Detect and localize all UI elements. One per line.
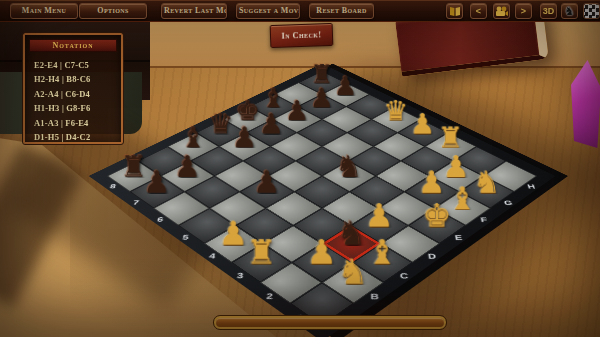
- options-button[interactable]: Options: [79, 3, 147, 19]
- prev-move-button[interactable]: <: [470, 3, 487, 19]
- piece-black-knight[interactable]: ♞: [319, 151, 379, 183]
- move-row: D1-H5 | D4-C2: [34, 130, 121, 144]
- notation-move-list: E2-E4 | C7-C5 H2-H4 | B8-C6 A2-A4 | C6-D…: [25, 55, 121, 144]
- knight-theme-icon: ♞: [564, 4, 575, 18]
- piece-white-king[interactable]: ♚: [405, 199, 469, 233]
- move-row: H2-H4 | B8-C6: [34, 72, 121, 86]
- hint-progress-bar: [214, 316, 446, 329]
- moves-book-button[interactable]: [446, 3, 463, 19]
- piece-black-pawn[interactable]: ♟: [126, 166, 187, 199]
- camera-button[interactable]: [493, 3, 510, 19]
- main-menu-button[interactable]: Main Menu: [10, 3, 78, 19]
- toolbar: Main Menu Options Revert Last Move Sugge…: [0, 0, 600, 22]
- 3d-mode-button[interactable]: 3D: [540, 3, 557, 19]
- next-move-button[interactable]: >: [515, 3, 532, 19]
- square-e1[interactable]: ♚: [408, 208, 466, 243]
- reset-board-button[interactable]: Reset Board: [309, 3, 374, 19]
- game-window: { "game": { "name": "chess", "view": "3D…: [0, 0, 600, 337]
- revert-last-move-button[interactable]: Revert Last Move: [161, 3, 227, 19]
- camera-icon: [494, 6, 509, 17]
- in-check-banner: In Check!: [270, 23, 334, 48]
- move-row: E2-E4 | C7-C5: [34, 58, 121, 72]
- 2d-board-button[interactable]: [583, 3, 600, 19]
- move-row: A1-A3 | F6-E4: [34, 116, 121, 130]
- piece-white-rook[interactable]: ♜: [228, 234, 295, 270]
- move-row: A2-A4 | C6-D4: [34, 87, 121, 101]
- move-row: H1-H3 | G8-F6: [34, 101, 121, 115]
- notation-panel: Notation E2-E4 | C7-C5 H2-H4 | B8-C6 A2-…: [23, 33, 123, 144]
- suggest-a-move-button[interactable]: Suggest a Move: [236, 3, 300, 19]
- notation-title: Notation: [29, 39, 117, 52]
- moves-book-icon: [447, 6, 462, 17]
- piece-white-knight[interactable]: ♞: [318, 254, 387, 291]
- piece-theme-button[interactable]: ♞: [561, 3, 578, 19]
